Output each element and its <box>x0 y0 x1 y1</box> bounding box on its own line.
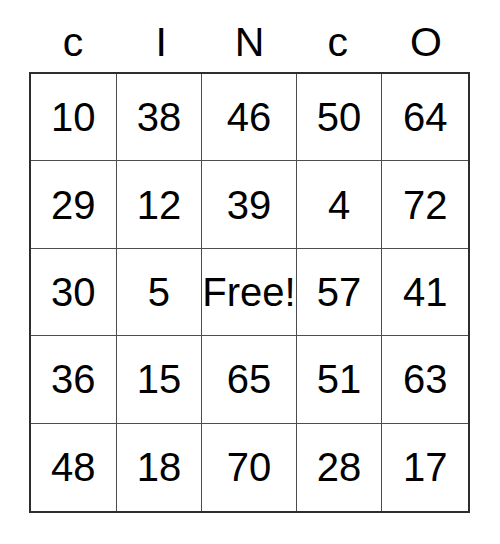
cell-r4-c1[interactable]: 36 <box>31 336 117 423</box>
header-letter-col3: N <box>235 22 265 63</box>
cell-r1-c5[interactable]: 64 <box>382 74 468 161</box>
header-letter-col5: O <box>410 22 442 63</box>
cell-r2-c2[interactable]: 12 <box>117 161 203 248</box>
bingo-header-row: c I N c O <box>29 0 470 72</box>
cell-r3-c4[interactable]: 57 <box>297 249 383 336</box>
cell-r2-c1[interactable]: 29 <box>31 161 117 248</box>
cell-r2-c3[interactable]: 39 <box>202 161 296 248</box>
cell-r4-c2[interactable]: 15 <box>117 336 203 423</box>
cell-r5-c3[interactable]: 70 <box>202 424 296 511</box>
cell-r5-c4[interactable]: 28 <box>297 424 383 511</box>
cell-r4-c3[interactable]: 65 <box>202 336 296 423</box>
header-letter-col2: I <box>156 22 167 63</box>
cell-r3-c2[interactable]: 5 <box>117 249 203 336</box>
cell-r5-c1[interactable]: 48 <box>31 424 117 511</box>
cell-r3-c5[interactable]: 41 <box>382 249 468 336</box>
cell-r3-c1[interactable]: 30 <box>31 249 117 336</box>
cell-r5-c2[interactable]: 18 <box>117 424 203 511</box>
bingo-board: 10 38 46 50 64 29 12 39 4 72 30 5 Free! … <box>29 72 470 513</box>
cell-r1-c4[interactable]: 50 <box>297 74 383 161</box>
cell-r1-c3[interactable]: 46 <box>202 74 296 161</box>
cell-r4-c4[interactable]: 51 <box>297 336 383 423</box>
cell-r2-c5[interactable]: 72 <box>382 161 468 248</box>
cell-r4-c5[interactable]: 63 <box>382 336 468 423</box>
cell-r5-c5[interactable]: 17 <box>382 424 468 511</box>
cell-r2-c4[interactable]: 4 <box>297 161 383 248</box>
header-letter-col4: c <box>327 22 348 63</box>
cell-r1-c2[interactable]: 38 <box>117 74 203 161</box>
header-letter-col1: c <box>63 22 84 63</box>
free-cell[interactable]: Free! <box>202 249 296 336</box>
cell-r1-c1[interactable]: 10 <box>31 74 117 161</box>
bingo-card: c I N c O 10 38 46 50 64 29 12 39 4 72 3… <box>0 0 500 544</box>
